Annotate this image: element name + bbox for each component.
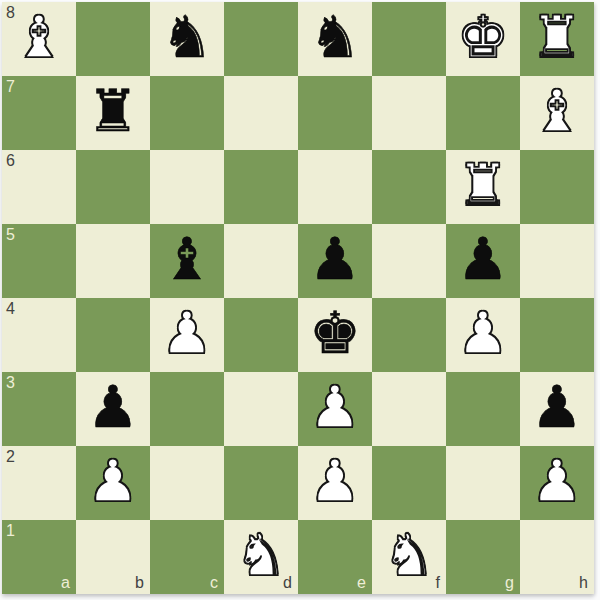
- square-h3[interactable]: ♟: [520, 372, 594, 446]
- square-e5[interactable]: ♟: [298, 224, 372, 298]
- square-f2[interactable]: [372, 446, 446, 520]
- rank-label-7: 7: [6, 79, 15, 95]
- square-f3[interactable]: [372, 372, 446, 446]
- square-g4[interactable]: ♟: [446, 298, 520, 372]
- piece-black-pawn-b3[interactable]: ♟: [87, 370, 139, 444]
- square-h1[interactable]: h: [520, 520, 594, 594]
- rank-label-3: 3: [6, 375, 15, 391]
- square-c5[interactable]: ♝: [150, 224, 224, 298]
- square-a7[interactable]: 7: [2, 76, 76, 150]
- square-f7[interactable]: [372, 76, 446, 150]
- piece-white-knight-f1[interactable]: ♞: [383, 518, 435, 592]
- file-label-c: c: [210, 575, 218, 591]
- square-g3[interactable]: [446, 372, 520, 446]
- square-d1[interactable]: d♞: [224, 520, 298, 594]
- piece-white-pawn-b2[interactable]: ♟: [87, 444, 139, 518]
- square-g8[interactable]: ♚: [446, 2, 520, 76]
- chess-board-card: 8♝♞♞♚♜7♜♝6♜5♝♟♟4♟♚♟3♟♟♟2♟♟♟1abcd♞ef♞gh: [2, 2, 594, 594]
- file-label-f: f: [436, 575, 440, 591]
- rank-label-4: 4: [6, 301, 15, 317]
- square-c2[interactable]: [150, 446, 224, 520]
- square-b2[interactable]: ♟: [76, 446, 150, 520]
- square-g7[interactable]: [446, 76, 520, 150]
- square-d3[interactable]: [224, 372, 298, 446]
- square-b7[interactable]: ♜: [76, 76, 150, 150]
- file-label-e: e: [357, 575, 366, 591]
- square-h6[interactable]: [520, 150, 594, 224]
- square-f8[interactable]: [372, 2, 446, 76]
- square-h5[interactable]: [520, 224, 594, 298]
- square-h7[interactable]: ♝: [520, 76, 594, 150]
- square-a1[interactable]: 1a: [2, 520, 76, 594]
- piece-white-pawn-g4[interactable]: ♟: [457, 296, 509, 370]
- piece-black-rook-b7[interactable]: ♜: [87, 74, 139, 148]
- square-e1[interactable]: e: [298, 520, 372, 594]
- square-e6[interactable]: [298, 150, 372, 224]
- square-e3[interactable]: ♟: [298, 372, 372, 446]
- square-f4[interactable]: [372, 298, 446, 372]
- piece-white-rook-g6[interactable]: ♜: [457, 148, 509, 222]
- square-g6[interactable]: ♜: [446, 150, 520, 224]
- square-g2[interactable]: [446, 446, 520, 520]
- square-b4[interactable]: [76, 298, 150, 372]
- piece-black-bishop-c5[interactable]: ♝: [161, 222, 213, 296]
- square-c4[interactable]: ♟: [150, 298, 224, 372]
- square-a4[interactable]: 4: [2, 298, 76, 372]
- square-h4[interactable]: [520, 298, 594, 372]
- rank-label-6: 6: [6, 153, 15, 169]
- square-c7[interactable]: [150, 76, 224, 150]
- piece-black-pawn-h3[interactable]: ♟: [531, 370, 583, 444]
- square-g5[interactable]: ♟: [446, 224, 520, 298]
- square-d7[interactable]: [224, 76, 298, 150]
- square-a2[interactable]: 2: [2, 446, 76, 520]
- square-b1[interactable]: b: [76, 520, 150, 594]
- square-e4[interactable]: ♚: [298, 298, 372, 372]
- file-label-h: h: [579, 575, 588, 591]
- piece-white-king-g8[interactable]: ♚: [457, 0, 509, 74]
- square-b3[interactable]: ♟: [76, 372, 150, 446]
- square-a5[interactable]: 5: [2, 224, 76, 298]
- square-d4[interactable]: [224, 298, 298, 372]
- piece-white-pawn-h2[interactable]: ♟: [531, 444, 583, 518]
- file-label-b: b: [135, 575, 144, 591]
- piece-white-pawn-e3[interactable]: ♟: [309, 370, 361, 444]
- piece-white-pawn-e2[interactable]: ♟: [309, 444, 361, 518]
- square-c8[interactable]: ♞: [150, 2, 224, 76]
- file-label-a: a: [61, 575, 70, 591]
- square-b5[interactable]: [76, 224, 150, 298]
- square-f5[interactable]: [372, 224, 446, 298]
- square-c6[interactable]: [150, 150, 224, 224]
- square-d2[interactable]: [224, 446, 298, 520]
- piece-white-rook-h8[interactable]: ♜: [531, 0, 583, 74]
- rank-label-2: 2: [6, 449, 15, 465]
- piece-white-bishop-a8[interactable]: ♝: [13, 0, 65, 74]
- square-b8[interactable]: [76, 2, 150, 76]
- square-e8[interactable]: ♞: [298, 2, 372, 76]
- square-c3[interactable]: [150, 372, 224, 446]
- piece-white-bishop-h7[interactable]: ♝: [531, 74, 583, 148]
- piece-white-pawn-c4[interactable]: ♟: [161, 296, 213, 370]
- rank-label-1: 1: [6, 523, 15, 539]
- file-label-g: g: [505, 575, 514, 591]
- chess-board: 8♝♞♞♚♜7♜♝6♜5♝♟♟4♟♚♟3♟♟♟2♟♟♟1abcd♞ef♞gh: [2, 2, 594, 594]
- square-g1[interactable]: g: [446, 520, 520, 594]
- piece-black-knight-e8[interactable]: ♞: [309, 0, 361, 74]
- square-a3[interactable]: 3: [2, 372, 76, 446]
- square-e7[interactable]: [298, 76, 372, 150]
- piece-black-knight-c8[interactable]: ♞: [161, 0, 213, 74]
- piece-white-knight-d1[interactable]: ♞: [235, 518, 287, 592]
- square-d6[interactable]: [224, 150, 298, 224]
- square-h2[interactable]: ♟: [520, 446, 594, 520]
- square-a6[interactable]: 6: [2, 150, 76, 224]
- rank-label-5: 5: [6, 227, 15, 243]
- square-a8[interactable]: 8♝: [2, 2, 76, 76]
- square-d8[interactable]: [224, 2, 298, 76]
- square-b6[interactable]: [76, 150, 150, 224]
- square-e2[interactable]: ♟: [298, 446, 372, 520]
- square-f6[interactable]: [372, 150, 446, 224]
- square-c1[interactable]: c: [150, 520, 224, 594]
- piece-black-pawn-g5[interactable]: ♟: [457, 222, 509, 296]
- square-h8[interactable]: ♜: [520, 2, 594, 76]
- piece-black-king-e4[interactable]: ♚: [309, 296, 361, 370]
- square-f1[interactable]: f♞: [372, 520, 446, 594]
- square-d5[interactable]: [224, 224, 298, 298]
- piece-black-pawn-e5[interactable]: ♟: [309, 222, 361, 296]
